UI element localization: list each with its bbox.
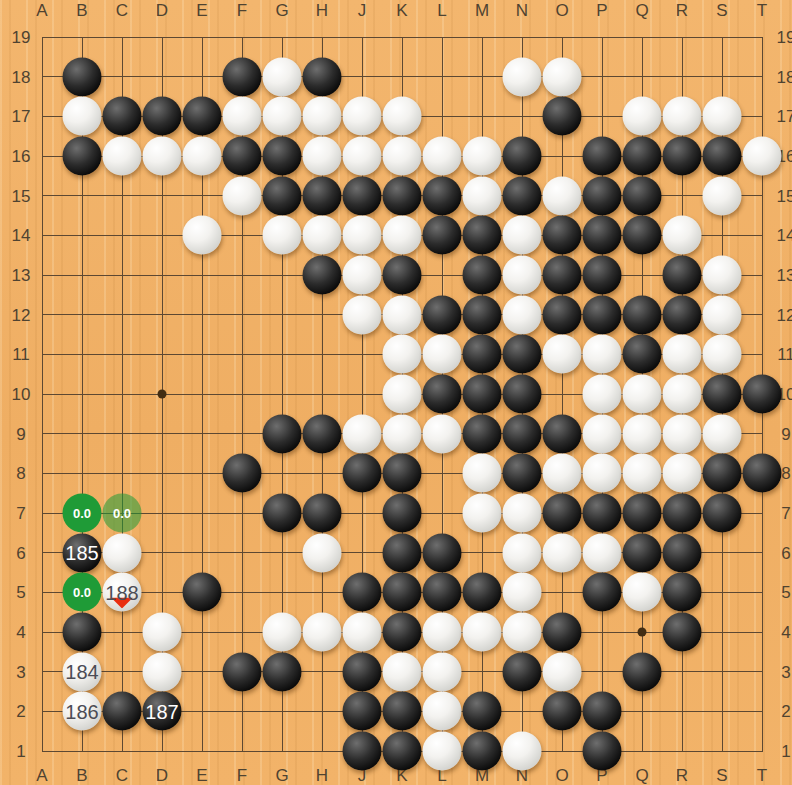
stone[interactable] — [303, 613, 342, 652]
stone[interactable] — [663, 375, 702, 414]
stone[interactable] — [663, 613, 702, 652]
stone[interactable] — [343, 97, 382, 136]
coord-label-left: 16 — [12, 148, 31, 165]
stone[interactable] — [583, 533, 622, 572]
stone[interactable]: 185 — [63, 533, 102, 572]
stone[interactable] — [583, 295, 622, 334]
stone[interactable] — [383, 335, 422, 374]
stone[interactable] — [503, 256, 542, 295]
coord-label-right: 13 — [777, 267, 792, 284]
stone[interactable] — [183, 573, 222, 612]
coord-label-top: Q — [635, 2, 648, 19]
stone[interactable] — [583, 692, 622, 731]
coord-label-bottom: O — [555, 767, 568, 784]
coord-label-right: 15 — [777, 187, 792, 204]
hoshi-dot — [638, 628, 647, 637]
stone[interactable] — [503, 494, 542, 533]
stone[interactable] — [623, 652, 662, 691]
stone[interactable]: 187 — [143, 692, 182, 731]
stone[interactable] — [423, 295, 462, 334]
stone[interactable] — [383, 454, 422, 493]
stone[interactable] — [463, 295, 502, 334]
stone[interactable] — [503, 732, 542, 771]
stone[interactable] — [383, 533, 422, 572]
stone[interactable] — [103, 533, 142, 572]
stone[interactable] — [383, 573, 422, 612]
stone[interactable] — [703, 97, 742, 136]
stone[interactable] — [703, 414, 742, 453]
stone[interactable] — [503, 137, 542, 176]
stone[interactable] — [423, 573, 462, 612]
stone[interactable] — [543, 216, 582, 255]
stone[interactable] — [263, 216, 302, 255]
coord-label-left: 19 — [12, 29, 31, 46]
stone[interactable] — [543, 97, 582, 136]
stone[interactable] — [583, 454, 622, 493]
stone[interactable] — [583, 414, 622, 453]
coord-label-right: 6 — [781, 544, 790, 561]
stone[interactable] — [263, 137, 302, 176]
stone[interactable] — [303, 137, 342, 176]
stone[interactable] — [543, 57, 582, 96]
stone[interactable] — [663, 454, 702, 493]
stone[interactable] — [503, 573, 542, 612]
coord-label-top: M — [475, 2, 489, 19]
coord-label-bottom: R — [676, 767, 688, 784]
stone[interactable] — [543, 176, 582, 215]
stone[interactable] — [703, 494, 742, 533]
stone[interactable] — [423, 335, 462, 374]
stone[interactable] — [383, 692, 422, 731]
stone[interactable] — [423, 533, 462, 572]
stone[interactable] — [703, 454, 742, 493]
stone[interactable] — [423, 375, 462, 414]
coord-label-top: A — [36, 2, 47, 19]
stone[interactable] — [383, 137, 422, 176]
coord-label-top: H — [316, 2, 328, 19]
stone[interactable] — [63, 137, 102, 176]
stone[interactable] — [583, 216, 622, 255]
stone[interactable] — [623, 137, 662, 176]
stone[interactable] — [183, 137, 222, 176]
coord-label-top: D — [156, 2, 168, 19]
stone[interactable] — [543, 613, 582, 652]
stone[interactable] — [103, 692, 142, 731]
coord-label-bottom: F — [237, 767, 247, 784]
stone[interactable] — [303, 494, 342, 533]
coord-label-top: S — [716, 2, 727, 19]
stone[interactable] — [303, 97, 342, 136]
stone[interactable] — [383, 216, 422, 255]
stone[interactable] — [183, 97, 222, 136]
stone[interactable] — [623, 216, 662, 255]
coord-label-bottom: Q — [635, 767, 648, 784]
coord-label-left: 11 — [12, 346, 30, 363]
stone[interactable] — [663, 256, 702, 295]
stone[interactable] — [543, 295, 582, 334]
stone[interactable] — [423, 414, 462, 453]
stone[interactable] — [623, 573, 662, 612]
coord-label-bottom: T — [757, 767, 767, 784]
stone[interactable] — [503, 652, 542, 691]
stone[interactable] — [343, 137, 382, 176]
coord-label-bottom: B — [76, 767, 87, 784]
stone[interactable] — [583, 494, 622, 533]
stone[interactable] — [703, 335, 742, 374]
stone[interactable] — [703, 375, 742, 414]
coord-label-left: 14 — [12, 227, 31, 244]
coord-label-top: K — [396, 2, 407, 19]
stone[interactable] — [503, 613, 542, 652]
coord-label-left: 8 — [16, 465, 25, 482]
coord-label-left: 13 — [12, 267, 31, 284]
stone[interactable] — [663, 216, 702, 255]
stone[interactable] — [383, 613, 422, 652]
coord-label-left: 2 — [16, 703, 25, 720]
coord-label-right: 3 — [781, 663, 790, 680]
stone[interactable] — [463, 216, 502, 255]
coord-label-top: R — [676, 2, 688, 19]
stone[interactable] — [383, 494, 422, 533]
stone[interactable] — [343, 295, 382, 334]
coord-label-top: N — [516, 2, 528, 19]
coord-label-top: J — [358, 2, 367, 19]
move-number: 184 — [65, 662, 98, 682]
stone[interactable] — [103, 137, 142, 176]
coord-label-right: 8 — [781, 465, 790, 482]
stone[interactable] — [383, 256, 422, 295]
stone[interactable] — [503, 57, 542, 96]
stone[interactable] — [383, 652, 422, 691]
stone[interactable] — [343, 573, 382, 612]
coord-label-bottom: S — [716, 767, 727, 784]
stone[interactable] — [303, 533, 342, 572]
stone[interactable] — [623, 494, 662, 533]
coord-label-bottom: G — [275, 767, 288, 784]
stone[interactable] — [743, 137, 782, 176]
analysis-circle[interactable]: 0.0 — [63, 573, 102, 612]
stone[interactable] — [343, 454, 382, 493]
stone[interactable] — [623, 533, 662, 572]
stone[interactable] — [703, 176, 742, 215]
coord-label-right: 9 — [781, 425, 790, 442]
stone[interactable] — [263, 494, 302, 533]
stone[interactable] — [263, 613, 302, 652]
coord-label-left: 3 — [16, 663, 25, 680]
coord-label-bottom: C — [116, 767, 128, 784]
coord-label-top: C — [116, 2, 128, 19]
stone[interactable] — [383, 732, 422, 771]
stone[interactable]: 186 — [63, 692, 102, 731]
stone[interactable] — [463, 335, 502, 374]
stone[interactable] — [183, 216, 222, 255]
stone[interactable] — [143, 97, 182, 136]
stone[interactable] — [703, 137, 742, 176]
coord-label-top: T — [757, 2, 767, 19]
stone[interactable] — [543, 494, 582, 533]
stone[interactable] — [303, 256, 342, 295]
stone[interactable] — [503, 533, 542, 572]
coord-label-left: 1 — [16, 743, 25, 760]
move-number: 188 — [105, 582, 138, 602]
stone[interactable] — [423, 216, 462, 255]
stone[interactable] — [743, 454, 782, 493]
stone[interactable] — [463, 692, 502, 731]
go-board[interactable]: AABBCCDDEEFFGGHHJJKKLLMMNNOOPPQQRRSSTT19… — [0, 0, 792, 785]
stone[interactable] — [503, 176, 542, 215]
coord-label-right: 1 — [781, 743, 790, 760]
stone[interactable] — [503, 216, 542, 255]
stone[interactable] — [583, 335, 622, 374]
coord-label-top: E — [196, 2, 207, 19]
stone[interactable]: 184 — [63, 652, 102, 691]
stone[interactable] — [63, 613, 102, 652]
stone[interactable] — [463, 256, 502, 295]
stone[interactable] — [543, 692, 582, 731]
coord-label-top: G — [275, 2, 288, 19]
coord-label-top: O — [555, 2, 568, 19]
go-app-window: AABBCCDDEEFFGGHHJJKKLLMMNNOOPPQQRRSSTT19… — [0, 0, 792, 785]
coord-label-left: 10 — [12, 386, 31, 403]
stone[interactable] — [663, 335, 702, 374]
coord-label-right: 19 — [777, 29, 792, 46]
coord-label-right: 14 — [777, 227, 792, 244]
stone[interactable] — [663, 97, 702, 136]
stone[interactable] — [623, 295, 662, 334]
coord-label-left: 15 — [12, 187, 31, 204]
coord-label-right: 4 — [781, 624, 790, 641]
stone[interactable] — [223, 176, 262, 215]
coord-label-right: 17 — [777, 108, 792, 125]
coord-label-top: P — [596, 2, 607, 19]
stone[interactable] — [663, 137, 702, 176]
coord-label-right: 18 — [777, 68, 792, 85]
coord-label-right: 12 — [777, 306, 792, 323]
coord-label-bottom: H — [316, 767, 328, 784]
stone[interactable] — [223, 137, 262, 176]
stone[interactable] — [663, 295, 702, 334]
stone[interactable] — [303, 216, 342, 255]
stone[interactable] — [663, 494, 702, 533]
stone[interactable] — [543, 256, 582, 295]
coord-label-left: 4 — [16, 624, 25, 641]
coord-label-right: 5 — [781, 584, 790, 601]
stone[interactable] — [343, 256, 382, 295]
coord-label-left: 5 — [16, 584, 25, 601]
analysis-circle[interactable]: 0.0 — [103, 494, 142, 533]
coord-label-bottom: D — [156, 767, 168, 784]
stone[interactable] — [103, 97, 142, 136]
stone[interactable] — [623, 375, 662, 414]
stone[interactable] — [263, 652, 302, 691]
stone[interactable] — [263, 57, 302, 96]
stone[interactable] — [623, 176, 662, 215]
stone[interactable] — [343, 613, 382, 652]
stone[interactable] — [383, 375, 422, 414]
stone[interactable] — [63, 57, 102, 96]
stone[interactable] — [503, 414, 542, 453]
stone[interactable] — [703, 295, 742, 334]
stone[interactable] — [383, 97, 422, 136]
stone[interactable] — [543, 454, 582, 493]
stone[interactable] — [623, 414, 662, 453]
stone[interactable] — [303, 176, 342, 215]
stone[interactable] — [143, 613, 182, 652]
move-number: 185 — [65, 543, 98, 563]
stone[interactable] — [63, 97, 102, 136]
stone[interactable] — [583, 137, 622, 176]
stone[interactable] — [423, 732, 462, 771]
stone[interactable] — [463, 375, 502, 414]
coord-label-left: 12 — [12, 306, 31, 323]
stone[interactable] — [223, 57, 262, 96]
coord-label-left: 18 — [12, 68, 31, 85]
stone[interactable] — [543, 533, 582, 572]
stone[interactable] — [583, 176, 622, 215]
stone[interactable] — [343, 732, 382, 771]
stone[interactable] — [623, 335, 662, 374]
coord-label-right: 7 — [781, 505, 790, 522]
stone[interactable] — [343, 176, 382, 215]
stone[interactable] — [423, 652, 462, 691]
stone[interactable]: 188 — [103, 573, 142, 612]
stone[interactable] — [463, 732, 502, 771]
coord-label-top: L — [437, 2, 446, 19]
stone[interactable] — [583, 256, 622, 295]
stone[interactable] — [343, 652, 382, 691]
stone[interactable] — [503, 454, 542, 493]
stone[interactable] — [423, 137, 462, 176]
stone[interactable] — [503, 335, 542, 374]
stone[interactable] — [343, 414, 382, 453]
stone[interactable] — [663, 533, 702, 572]
stone[interactable] — [343, 216, 382, 255]
coord-label-left: 17 — [12, 108, 31, 125]
stone[interactable] — [263, 97, 302, 136]
stone[interactable] — [383, 414, 422, 453]
stone[interactable] — [463, 573, 502, 612]
move-number: 187 — [145, 701, 178, 721]
stone[interactable] — [143, 652, 182, 691]
stone[interactable] — [463, 414, 502, 453]
stone[interactable] — [223, 97, 262, 136]
stone[interactable] — [583, 375, 622, 414]
move-number: 186 — [65, 701, 98, 721]
stone[interactable] — [503, 295, 542, 334]
stone[interactable] — [263, 414, 302, 453]
stone[interactable] — [703, 256, 742, 295]
stone[interactable] — [223, 454, 262, 493]
coord-label-bottom: A — [36, 767, 47, 784]
stone[interactable] — [583, 732, 622, 771]
coord-label-bottom: E — [196, 767, 207, 784]
stone[interactable] — [663, 573, 702, 612]
stone[interactable] — [463, 494, 502, 533]
stone[interactable] — [223, 652, 262, 691]
stone[interactable] — [143, 137, 182, 176]
stone[interactable] — [383, 295, 422, 334]
coord-label-top: B — [76, 2, 87, 19]
stone[interactable] — [423, 692, 462, 731]
stone[interactable] — [543, 652, 582, 691]
coord-label-left: 7 — [16, 505, 25, 522]
stone[interactable] — [543, 414, 582, 453]
stone[interactable] — [423, 176, 462, 215]
stone[interactable] — [303, 414, 342, 453]
coord-label-left: 6 — [16, 544, 25, 561]
stone[interactable] — [423, 613, 462, 652]
stone[interactable] — [463, 454, 502, 493]
stone[interactable] — [663, 414, 702, 453]
stone[interactable] — [503, 375, 542, 414]
stone[interactable] — [303, 57, 342, 96]
stone[interactable] — [583, 573, 622, 612]
coord-label-right: 2 — [781, 703, 790, 720]
stone[interactable] — [623, 97, 662, 136]
analysis-circle[interactable]: 0.0 — [63, 494, 102, 533]
stone[interactable] — [263, 176, 302, 215]
hoshi-dot — [158, 390, 167, 399]
coord-label-left: 9 — [16, 425, 25, 442]
coord-label-right: 11 — [777, 346, 792, 363]
stone[interactable] — [463, 613, 502, 652]
stone[interactable] — [383, 176, 422, 215]
stone[interactable] — [743, 375, 782, 414]
stone[interactable] — [343, 692, 382, 731]
stone[interactable] — [623, 454, 662, 493]
stone[interactable] — [463, 137, 502, 176]
stone[interactable] — [543, 335, 582, 374]
coord-label-top: F — [237, 2, 247, 19]
stone[interactable] — [463, 176, 502, 215]
